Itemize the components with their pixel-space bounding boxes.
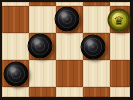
board-square[interactable] (56, 87, 83, 97)
board-square[interactable] (83, 87, 110, 97)
board-square[interactable] (2, 33, 29, 60)
board-square[interactable] (110, 60, 130, 87)
black-man-piece[interactable] (28, 34, 53, 59)
board-square[interactable] (2, 87, 29, 97)
board-square[interactable] (83, 60, 110, 87)
board-square[interactable] (29, 60, 56, 87)
gold-king-piece[interactable]: ♛ (108, 9, 131, 32)
king-crown-icon: ♛ (114, 14, 125, 26)
board-square[interactable] (56, 33, 83, 60)
board-square[interactable] (29, 6, 56, 33)
board-square[interactable] (2, 6, 29, 33)
board-square[interactable] (56, 60, 83, 87)
board-frame: ♛ (0, 0, 133, 100)
board-square[interactable] (83, 6, 110, 33)
black-man-piece[interactable] (4, 62, 29, 87)
black-man-piece[interactable] (55, 7, 80, 32)
black-man-piece[interactable] (81, 35, 106, 60)
board-square[interactable] (110, 87, 130, 97)
board-square[interactable] (110, 33, 130, 60)
board-square[interactable] (29, 87, 56, 97)
